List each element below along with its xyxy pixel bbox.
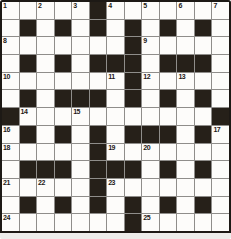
black-cell (160, 126, 177, 143)
crossword-cell[interactable] (37, 55, 54, 72)
black-cell (20, 197, 37, 214)
crossword-cell[interactable]: 13 (177, 73, 194, 90)
crossword-cell[interactable] (212, 179, 229, 196)
clue-number: 16 (3, 126, 10, 134)
crossword-cell[interactable] (55, 2, 72, 19)
black-cell (37, 161, 54, 178)
clue-number: 20 (143, 144, 150, 152)
black-cell (195, 90, 212, 107)
clue-number: 1 (3, 2, 6, 10)
crossword-cell[interactable] (212, 144, 229, 161)
crossword-board: 1234567891011121314151617181920212223242… (0, 0, 231, 233)
black-cell (55, 55, 72, 72)
black-cell (195, 161, 212, 178)
crossword-cell[interactable] (177, 108, 194, 125)
crossword-cell[interactable] (177, 161, 194, 178)
clue-number: 13 (178, 73, 185, 81)
crossword-cell[interactable] (55, 144, 72, 161)
crossword-cell[interactable]: 10 (2, 73, 19, 90)
black-cell (90, 90, 107, 107)
black-cell (2, 108, 19, 125)
crossword-cell[interactable] (2, 161, 19, 178)
crossword-cell[interactable]: 17 (212, 126, 229, 143)
crossword-cell[interactable] (55, 214, 72, 231)
crossword-cell[interactable] (125, 2, 142, 19)
crossword-cell[interactable] (37, 90, 54, 107)
crossword-cell[interactable] (142, 20, 159, 37)
crossword-cell[interactable] (212, 20, 229, 37)
clue-number: 14 (21, 108, 28, 116)
crossword-cell[interactable] (177, 37, 194, 54)
crossword-cell[interactable] (195, 214, 212, 231)
crossword-cell[interactable] (107, 37, 124, 54)
crossword-cell[interactable]: 19 (107, 144, 124, 161)
crossword-cell[interactable] (107, 214, 124, 231)
crossword-cell[interactable] (125, 144, 142, 161)
crossword-cell[interactable] (195, 2, 212, 19)
crossword-cell[interactable] (72, 179, 89, 196)
crossword-cell[interactable] (177, 214, 194, 231)
crossword-cell[interactable]: 2 (37, 2, 54, 19)
crossword-cell[interactable] (125, 108, 142, 125)
crossword-cell[interactable] (142, 55, 159, 72)
crossword-cell[interactable] (107, 90, 124, 107)
black-cell (125, 90, 142, 107)
crossword-cell[interactable] (160, 73, 177, 90)
clue-number: 17 (213, 126, 220, 134)
crossword-cell[interactable] (55, 37, 72, 54)
clue-number: 8 (3, 37, 6, 45)
black-cell (90, 20, 107, 37)
clue-number: 23 (108, 179, 115, 187)
black-cell (160, 55, 177, 72)
crossword-cell[interactable] (177, 90, 194, 107)
crossword-cell[interactable] (90, 108, 107, 125)
crossword-cell[interactable] (90, 73, 107, 90)
black-cell (90, 126, 107, 143)
crossword-cell[interactable] (177, 179, 194, 196)
crossword-cell[interactable] (37, 108, 54, 125)
crossword-cell[interactable]: 21 (2, 179, 19, 196)
crossword-cell[interactable] (90, 214, 107, 231)
crossword-cell[interactable] (212, 90, 229, 107)
clue-number: 11 (108, 73, 114, 81)
clue-number: 19 (108, 144, 115, 152)
clue-number: 2 (38, 2, 41, 10)
crossword-cell[interactable] (20, 37, 37, 54)
crossword-cell[interactable] (20, 144, 37, 161)
black-cell (55, 20, 72, 37)
crossword-cell[interactable]: 9 (142, 37, 159, 54)
crossword-cell[interactable]: 15 (72, 108, 89, 125)
crossword-cell[interactable]: 18 (2, 144, 19, 161)
crossword-cell[interactable] (160, 108, 177, 125)
crossword-cell[interactable] (72, 126, 89, 143)
crossword-cell[interactable] (177, 126, 194, 143)
crossword-cell[interactable] (142, 161, 159, 178)
clue-number: 5 (143, 2, 146, 10)
crossword-cell[interactable] (107, 197, 124, 214)
crossword-cell[interactable] (212, 197, 229, 214)
clue-number: 15 (73, 108, 80, 116)
crossword-cell[interactable] (212, 161, 229, 178)
crossword-cell[interactable]: 14 (20, 108, 37, 125)
crossword-cell[interactable]: 23 (107, 179, 124, 196)
crossword-cell[interactable] (160, 179, 177, 196)
bottom-margin-strip (0, 233, 231, 239)
black-cell (90, 179, 107, 196)
crossword-cell[interactable] (212, 73, 229, 90)
crossword-cell[interactable]: 11 (107, 73, 124, 90)
crossword-cell[interactable] (55, 73, 72, 90)
crossword-cell[interactable]: 6 (177, 2, 194, 19)
clue-number: 24 (3, 214, 10, 222)
crossword-cell[interactable] (37, 73, 54, 90)
black-cell (20, 126, 37, 143)
black-cell (195, 197, 212, 214)
black-cell (125, 37, 142, 54)
crossword-cell[interactable] (20, 73, 37, 90)
crossword-cell[interactable] (2, 90, 19, 107)
black-cell (107, 55, 124, 72)
black-cell (125, 161, 142, 178)
crossword-cell[interactable] (177, 144, 194, 161)
crossword-cell[interactable] (160, 144, 177, 161)
black-cell (142, 126, 159, 143)
crossword-cell[interactable] (72, 144, 89, 161)
clue-number: 4 (108, 2, 111, 10)
crossword-cell[interactable] (20, 2, 37, 19)
crossword-cell[interactable] (195, 144, 212, 161)
clue-number: 7 (213, 2, 216, 10)
crossword-cell[interactable] (212, 55, 229, 72)
clue-number: 3 (73, 2, 76, 10)
black-cell (20, 20, 37, 37)
black-cell (90, 161, 107, 178)
clue-number: 18 (3, 144, 10, 152)
black-cell (160, 90, 177, 107)
crossword-cell[interactable] (37, 37, 54, 54)
crossword-cell[interactable] (37, 144, 54, 161)
black-cell (177, 55, 194, 72)
crossword-cell[interactable]: 16 (2, 126, 19, 143)
black-cell (125, 55, 142, 72)
crossword-cell[interactable] (125, 179, 142, 196)
crossword-cell[interactable]: 22 (37, 179, 54, 196)
crossword-cell[interactable]: 3 (72, 2, 89, 19)
crossword-cell[interactable] (90, 37, 107, 54)
black-cell (212, 108, 229, 125)
black-cell (160, 20, 177, 37)
crossword-cell[interactable] (107, 126, 124, 143)
black-cell (125, 126, 142, 143)
crossword-cell[interactable]: 24 (2, 214, 19, 231)
crossword-cell[interactable]: 8 (2, 37, 19, 54)
black-cell (55, 90, 72, 107)
crossword-cell[interactable] (177, 20, 194, 37)
black-cell (160, 197, 177, 214)
crossword-cell[interactable] (107, 20, 124, 37)
black-cell (160, 161, 177, 178)
black-cell (90, 55, 107, 72)
crossword-cell[interactable] (37, 197, 54, 214)
clue-number: 9 (143, 37, 146, 45)
crossword-cell[interactable] (142, 197, 159, 214)
crossword-cell[interactable] (72, 20, 89, 37)
crossword-puzzle: 1234567891011121314151617181920212223242… (0, 0, 231, 239)
black-cell (125, 73, 142, 90)
black-cell (90, 144, 107, 161)
crossword-cell[interactable]: 5 (142, 2, 159, 19)
black-cell (125, 214, 142, 231)
crossword-cell[interactable] (55, 179, 72, 196)
black-cell (90, 2, 107, 19)
black-cell (72, 90, 89, 107)
black-cell (55, 161, 72, 178)
black-cell (125, 197, 142, 214)
crossword-cell[interactable] (195, 37, 212, 54)
crossword-cell[interactable] (72, 161, 89, 178)
clue-number: 21 (3, 179, 10, 187)
crossword-cell[interactable]: 4 (107, 2, 124, 19)
black-cell (55, 197, 72, 214)
crossword-cell[interactable] (2, 197, 19, 214)
crossword-cell[interactable] (142, 179, 159, 196)
crossword-cell[interactable] (212, 37, 229, 54)
crossword-cell[interactable] (160, 37, 177, 54)
crossword-cell[interactable] (195, 108, 212, 125)
crossword-cell[interactable] (142, 108, 159, 125)
crossword-cell[interactable]: 7 (212, 2, 229, 19)
crossword-cell[interactable] (142, 90, 159, 107)
crossword-cell[interactable]: 1 (2, 2, 19, 19)
crossword-cell[interactable] (195, 179, 212, 196)
crossword-cell[interactable] (72, 55, 89, 72)
black-cell (20, 90, 37, 107)
crossword-cell[interactable] (160, 214, 177, 231)
crossword-cell[interactable] (72, 37, 89, 54)
clue-number: 25 (143, 214, 150, 222)
crossword-cell[interactable] (55, 108, 72, 125)
crossword-cell[interactable] (37, 214, 54, 231)
clue-number: 12 (143, 73, 150, 81)
crossword-cell[interactable] (20, 179, 37, 196)
black-cell (125, 20, 142, 37)
crossword-cell[interactable] (2, 20, 19, 37)
crossword-cell[interactable] (37, 20, 54, 37)
crossword-cell[interactable]: 12 (142, 73, 159, 90)
crossword-cell[interactable]: 25 (142, 214, 159, 231)
crossword-cell[interactable] (37, 126, 54, 143)
crossword-cell[interactable] (160, 2, 177, 19)
crossword-cell[interactable] (107, 108, 124, 125)
clue-number: 22 (38, 179, 45, 187)
clue-number: 10 (3, 73, 10, 81)
crossword-cell[interactable] (212, 214, 229, 231)
crossword-cell[interactable] (2, 55, 19, 72)
black-cell (107, 161, 124, 178)
crossword-cell[interactable] (72, 73, 89, 90)
crossword-cell[interactable]: 20 (142, 144, 159, 161)
black-cell (195, 20, 212, 37)
black-cell (195, 126, 212, 143)
crossword-cell[interactable] (195, 73, 212, 90)
black-cell (195, 55, 212, 72)
crossword-cell[interactable] (72, 197, 89, 214)
clue-number: 6 (178, 2, 181, 10)
black-cell (55, 126, 72, 143)
black-cell (20, 55, 37, 72)
black-cell (90, 197, 107, 214)
crossword-cell[interactable] (72, 214, 89, 231)
crossword-cell[interactable] (177, 197, 194, 214)
crossword-cell[interactable] (20, 214, 37, 231)
black-cell (20, 161, 37, 178)
